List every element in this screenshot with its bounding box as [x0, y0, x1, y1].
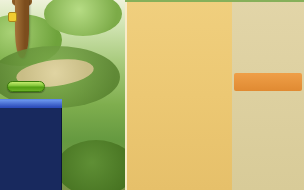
app-window	[0, 0, 304, 190]
lecture-notes-button[interactable]	[7, 81, 45, 92]
control-panel	[232, 0, 304, 190]
room-background-strip	[125, 0, 304, 2]
chat-panel[interactable]	[0, 99, 62, 190]
bush	[56, 140, 125, 190]
palette-tab-row	[234, 62, 302, 71]
stone-tool-palette	[234, 73, 302, 91]
scenery-panel	[0, 0, 125, 190]
yellow-sign	[8, 12, 17, 22]
chat-panel-titlebar[interactable]	[0, 100, 62, 108]
go-board[interactable]	[125, 0, 232, 190]
